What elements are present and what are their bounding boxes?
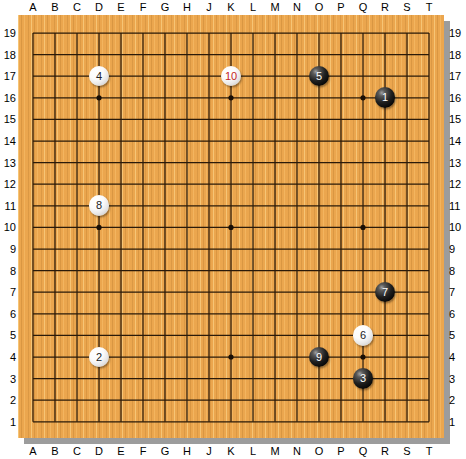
row-label-right-2: 2 [449,392,466,408]
stone-black-1-R16[interactable]: 1 [375,87,396,108]
row-label-left-19: 19 [0,25,16,41]
col-label-top-N: N [286,0,308,15]
row-label-left-8: 8 [0,263,16,279]
col-label-bottom-Q: Q [352,444,374,459]
col-label-bottom-L: L [242,444,264,459]
col-label-top-A: A [22,0,44,15]
row-label-right-3: 3 [449,371,466,387]
row-label-right-6: 6 [449,306,466,322]
row-label-right-9: 9 [449,241,466,257]
row-label-left-13: 13 [0,155,16,171]
move-number: 9 [316,347,322,368]
row-labels-right: 19181716151413121110987654321 [449,0,466,459]
col-label-top-H: H [176,0,198,15]
col-label-bottom-J: J [198,444,220,459]
col-label-top-J: J [198,0,220,15]
column-labels-bottom: ABCDEFGHJKLMNOPQRST [0,444,466,459]
stone-black-7-R7[interactable]: 7 [375,282,396,303]
move-number: 3 [360,368,366,389]
move-number: 7 [382,282,388,303]
col-label-bottom-P: P [330,444,352,459]
col-label-bottom-A: A [22,444,44,459]
move-number: 10 [225,66,237,87]
col-label-bottom-R: R [374,444,396,459]
row-label-left-15: 15 [0,111,16,127]
column-labels-top: ABCDEFGHJKLMNOPQRST [0,0,466,15]
row-label-left-17: 17 [0,68,16,84]
row-label-left-12: 12 [0,176,16,192]
col-label-bottom-B: B [44,444,66,459]
row-label-left-11: 11 [0,198,16,214]
col-label-bottom-N: N [286,444,308,459]
row-labels-left: 19181716151413121110987654321 [0,0,16,459]
row-label-right-19: 19 [449,25,466,41]
col-label-top-O: O [308,0,330,15]
stone-white-10-K17[interactable]: 10 [221,66,242,87]
row-label-right-14: 14 [449,133,466,149]
col-label-bottom-F: F [132,444,154,459]
row-label-left-3: 3 [0,371,16,387]
col-label-top-P: P [330,0,352,15]
col-label-bottom-O: O [308,444,330,459]
col-label-top-D: D [88,0,110,15]
move-number: 1 [382,87,388,108]
row-label-right-4: 4 [449,349,466,365]
row-label-right-12: 12 [449,176,466,192]
move-number: 5 [316,66,322,87]
move-number: 6 [360,325,366,346]
col-label-top-Q: Q [352,0,374,15]
col-label-top-L: L [242,0,264,15]
row-label-left-18: 18 [0,47,16,63]
row-label-right-10: 10 [449,219,466,235]
col-label-bottom-E: E [110,444,132,459]
row-label-left-6: 6 [0,306,16,322]
stone-white-8-D11[interactable]: 8 [89,195,110,216]
col-label-top-K: K [220,0,242,15]
stone-white-2-D4[interactable]: 2 [89,347,110,368]
go-board[interactable]: 12345678910 [22,22,440,432]
col-label-top-T: T [418,0,440,15]
col-label-top-C: C [66,0,88,15]
col-label-bottom-K: K [220,444,242,459]
col-label-bottom-T: T [418,444,440,459]
row-label-right-1: 1 [449,414,466,430]
row-label-right-16: 16 [449,90,466,106]
col-label-top-M: M [264,0,286,15]
row-label-right-18: 18 [449,47,466,63]
row-label-right-13: 13 [449,155,466,171]
go-diagram: 12345678910 ABCDEFGHJKLMNOPQRST ABCDEFGH… [0,0,466,459]
col-label-top-B: B [44,0,66,15]
row-label-left-2: 2 [0,392,16,408]
col-label-top-R: R [374,0,396,15]
row-label-left-5: 5 [0,327,16,343]
move-number: 4 [96,66,102,87]
row-label-left-14: 14 [0,133,16,149]
move-number: 2 [96,347,102,368]
stone-black-5-O17[interactable]: 5 [309,66,330,87]
col-label-bottom-D: D [88,444,110,459]
row-label-right-5: 5 [449,327,466,343]
col-label-bottom-C: C [66,444,88,459]
stone-white-4-D17[interactable]: 4 [89,66,110,87]
row-label-left-16: 16 [0,90,16,106]
col-label-top-G: G [154,0,176,15]
stone-black-3-Q3[interactable]: 3 [353,368,374,389]
row-label-right-15: 15 [449,111,466,127]
row-label-right-8: 8 [449,263,466,279]
col-label-bottom-G: G [154,444,176,459]
stone-black-9-O4[interactable]: 9 [309,347,330,368]
col-label-top-E: E [110,0,132,15]
row-label-left-9: 9 [0,241,16,257]
move-number: 8 [96,195,102,216]
col-label-bottom-H: H [176,444,198,459]
row-label-left-10: 10 [0,219,16,235]
row-label-right-11: 11 [449,198,466,214]
stone-white-6-Q5[interactable]: 6 [353,325,374,346]
row-label-right-7: 7 [449,284,466,300]
col-label-bottom-M: M [264,444,286,459]
col-label-top-F: F [132,0,154,15]
row-label-left-4: 4 [0,349,16,365]
row-label-right-17: 17 [449,68,466,84]
col-label-bottom-S: S [396,444,418,459]
col-label-top-S: S [396,0,418,15]
row-label-left-1: 1 [0,414,16,430]
row-label-left-7: 7 [0,284,16,300]
